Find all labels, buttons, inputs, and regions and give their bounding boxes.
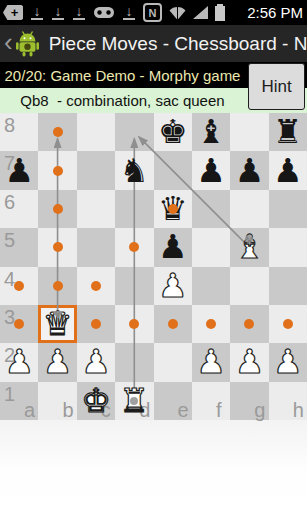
piece-white-pawn-h2[interactable]: ♟︎ bbox=[269, 343, 307, 381]
move-dot-b4[interactable] bbox=[53, 281, 63, 291]
download-icon: ↓ bbox=[51, 6, 65, 20]
move-dot-h3[interactable] bbox=[283, 319, 293, 329]
move-dot-b7[interactable] bbox=[53, 166, 63, 176]
move-dot-b8[interactable] bbox=[53, 127, 63, 137]
piece-black-pawn-f7[interactable]: ♟︎ bbox=[192, 151, 230, 189]
arrow-origin-triangle-b3 bbox=[52, 311, 64, 319]
piece-black-rook-h8[interactable]: ♜︎ bbox=[269, 113, 307, 151]
piece-white-pawn-b2[interactable]: ♟︎ bbox=[38, 343, 76, 381]
status-time: 2:56 PM bbox=[247, 4, 307, 21]
piece-black-pawn-h7[interactable]: ♟︎ bbox=[269, 151, 307, 189]
hint-move-text: Qb8 - combination, sac queen bbox=[20, 92, 224, 109]
move-dot-e6[interactable] bbox=[168, 204, 178, 214]
tag-plus-icon: + bbox=[3, 5, 23, 20]
piece-white-pawn-e4[interactable]: ♟︎ bbox=[154, 267, 192, 305]
voicemail-icon bbox=[93, 6, 115, 19]
hint-button[interactable]: Hint bbox=[248, 63, 305, 110]
move-dot-c4[interactable] bbox=[91, 281, 101, 291]
move-dot-a4[interactable] bbox=[14, 281, 24, 291]
signal-strength-icon bbox=[193, 6, 208, 19]
piece-black-pawn-a7[interactable]: ♟︎ bbox=[0, 151, 38, 189]
piece-white-king-c1[interactable]: ♚︎ bbox=[77, 382, 115, 420]
download-icon: ↓ bbox=[72, 6, 86, 20]
bottom-panel bbox=[0, 420, 307, 512]
piece-white-pawn-a2[interactable]: ♟︎ bbox=[0, 343, 38, 381]
move-dot-c3[interactable] bbox=[91, 319, 101, 329]
piece-black-knight-d7[interactable]: ♞︎ bbox=[115, 151, 153, 189]
back-chevron-icon[interactable]: ‹ bbox=[4, 29, 13, 55]
piece-black-pawn-e5[interactable]: ♟︎ bbox=[154, 228, 192, 266]
move-dot-b5[interactable] bbox=[53, 242, 63, 252]
battery-icon bbox=[215, 6, 225, 21]
piece-white-pawn-f2[interactable]: ♟︎ bbox=[192, 343, 230, 381]
piece-white-bishop-g5[interactable]: ♝︎ bbox=[230, 228, 268, 266]
piece-black-king-e8[interactable]: ♚︎ bbox=[154, 113, 192, 151]
wifi-icon bbox=[169, 6, 186, 20]
piece-white-pawn-c2[interactable]: ♟︎ bbox=[77, 343, 115, 381]
app-title: Piece Moves - Chessboard - N... bbox=[49, 33, 307, 55]
nfc-icon: N bbox=[143, 3, 162, 22]
game-progress-text: 20/20: Game Demo - Morphy game bbox=[5, 67, 241, 84]
android-robot-icon bbox=[15, 30, 40, 57]
download-icon: ↓ bbox=[30, 6, 44, 20]
move-dot-b6[interactable] bbox=[53, 204, 63, 214]
title-bar: ‹ Piece Moves - Chessboard - N... bbox=[0, 25, 307, 62]
piece-black-bishop-f8[interactable]: ♝︎ bbox=[192, 113, 230, 151]
chess-board[interactable]: 87654321abcdefgh♚︎♝︎♜︎♟︎♞︎♟︎♟︎♟︎♛︎♟︎♝︎♟︎… bbox=[0, 113, 307, 420]
status-bar: + ↓ ↓ ↓ ↓ N 2:56 PM bbox=[0, 0, 307, 25]
piece-black-pawn-g7[interactable]: ♟︎ bbox=[230, 151, 268, 189]
piece-white-pawn-g2[interactable]: ♟︎ bbox=[230, 343, 268, 381]
move-dot-e3[interactable] bbox=[168, 319, 178, 329]
download-icon: ↓ bbox=[122, 6, 136, 20]
